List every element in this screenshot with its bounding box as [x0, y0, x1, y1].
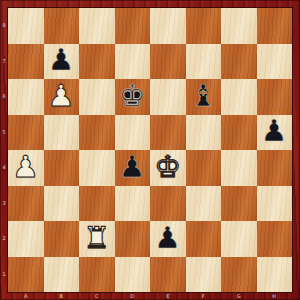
square-g8[interactable] [221, 8, 257, 44]
square-g6[interactable] [221, 79, 257, 115]
file-label-g: G [221, 292, 257, 300]
square-h2[interactable] [257, 221, 293, 257]
square-f3[interactable] [186, 186, 222, 222]
file-label-d: D [115, 292, 151, 300]
white-pawn-b6[interactable]: ♟ [48, 81, 75, 111]
square-d2[interactable] [115, 221, 151, 257]
square-e3[interactable] [150, 186, 186, 222]
square-b4[interactable] [44, 150, 80, 186]
square-c3[interactable] [79, 186, 115, 222]
square-f5[interactable] [186, 115, 222, 151]
square-f4[interactable] [186, 150, 222, 186]
rank-label-2: 2 [0, 221, 8, 257]
square-g7[interactable] [221, 44, 257, 80]
square-c8[interactable] [79, 8, 115, 44]
square-h6[interactable] [257, 79, 293, 115]
rank-labels: 87654321 [0, 8, 8, 292]
square-a1[interactable] [8, 257, 44, 293]
square-h3[interactable] [257, 186, 293, 222]
rank-label-1: 1 [0, 257, 8, 293]
file-label-h: H [257, 292, 293, 300]
square-g4[interactable] [221, 150, 257, 186]
square-b5[interactable] [44, 115, 80, 151]
file-label-b: B [44, 292, 80, 300]
square-f2[interactable] [186, 221, 222, 257]
rank-label-5: 5 [0, 115, 8, 151]
rank-label-4: 4 [0, 150, 8, 186]
square-c4[interactable] [79, 150, 115, 186]
chess-board-frame: ♟♟♚♝♟♟♟♚♜♟ 87654321 ABCDEFGH [0, 0, 300, 300]
square-d7[interactable] [115, 44, 151, 80]
square-b2[interactable] [44, 221, 80, 257]
square-a7[interactable] [8, 44, 44, 80]
square-d6[interactable]: ♚ [115, 79, 151, 115]
black-pawn-b7[interactable]: ♟ [48, 45, 75, 75]
square-e5[interactable] [150, 115, 186, 151]
file-label-e: E [150, 292, 186, 300]
square-g1[interactable] [221, 257, 257, 293]
square-b3[interactable] [44, 186, 80, 222]
square-g2[interactable] [221, 221, 257, 257]
square-a4[interactable]: ♟ [8, 150, 44, 186]
white-rook-c2[interactable]: ♜ [83, 223, 110, 253]
square-h7[interactable] [257, 44, 293, 80]
square-a2[interactable] [8, 221, 44, 257]
square-d4[interactable]: ♟ [115, 150, 151, 186]
square-b8[interactable] [44, 8, 80, 44]
square-h5[interactable]: ♟ [257, 115, 293, 151]
square-e7[interactable] [150, 44, 186, 80]
square-b7[interactable]: ♟ [44, 44, 80, 80]
square-f8[interactable] [186, 8, 222, 44]
square-c6[interactable] [79, 79, 115, 115]
square-e8[interactable] [150, 8, 186, 44]
black-pawn-d4[interactable]: ♟ [119, 152, 146, 182]
square-e6[interactable] [150, 79, 186, 115]
square-f1[interactable] [186, 257, 222, 293]
square-e2[interactable]: ♟ [150, 221, 186, 257]
file-label-a: A [8, 292, 44, 300]
black-pawn-h5[interactable]: ♟ [261, 116, 288, 146]
square-f7[interactable] [186, 44, 222, 80]
file-label-c: C [79, 292, 115, 300]
square-g3[interactable] [221, 186, 257, 222]
white-pawn-a4[interactable]: ♟ [12, 152, 39, 182]
square-d8[interactable] [115, 8, 151, 44]
square-a5[interactable] [8, 115, 44, 151]
square-a8[interactable] [8, 8, 44, 44]
square-c5[interactable] [79, 115, 115, 151]
rank-label-7: 7 [0, 44, 8, 80]
square-a3[interactable] [8, 186, 44, 222]
square-b1[interactable] [44, 257, 80, 293]
square-f6[interactable]: ♝ [186, 79, 222, 115]
black-pawn-e2[interactable]: ♟ [154, 223, 181, 253]
black-bishop-f6[interactable]: ♝ [190, 81, 217, 111]
square-c7[interactable] [79, 44, 115, 80]
square-c2[interactable]: ♜ [79, 221, 115, 257]
square-b6[interactable]: ♟ [44, 79, 80, 115]
chess-board: ♟♟♚♝♟♟♟♚♜♟ [8, 8, 292, 292]
square-g5[interactable] [221, 115, 257, 151]
square-a6[interactable] [8, 79, 44, 115]
file-label-f: F [186, 292, 222, 300]
square-d3[interactable] [115, 186, 151, 222]
square-e1[interactable] [150, 257, 186, 293]
white-king-e4[interactable]: ♚ [154, 152, 181, 182]
square-e4[interactable]: ♚ [150, 150, 186, 186]
rank-label-3: 3 [0, 186, 8, 222]
rank-label-6: 6 [0, 79, 8, 115]
square-c1[interactable] [79, 257, 115, 293]
square-h4[interactable] [257, 150, 293, 186]
square-d5[interactable] [115, 115, 151, 151]
file-labels: ABCDEFGH [8, 292, 292, 300]
square-h1[interactable] [257, 257, 293, 293]
rank-label-8: 8 [0, 8, 8, 44]
square-h8[interactable] [257, 8, 293, 44]
square-d1[interactable] [115, 257, 151, 293]
black-king-d6[interactable]: ♚ [119, 81, 146, 111]
